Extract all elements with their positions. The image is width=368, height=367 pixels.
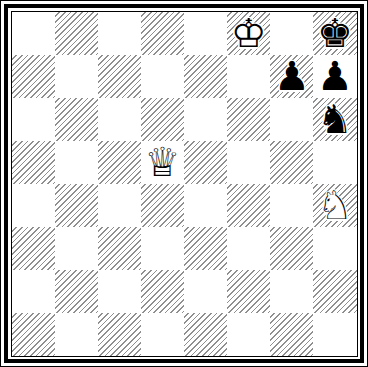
square-a5[interactable] <box>12 141 55 184</box>
black-pawn: ♟ <box>270 55 313 98</box>
square-h6[interactable]: ♞ <box>313 98 356 141</box>
square-c1[interactable] <box>98 313 141 356</box>
square-f4[interactable] <box>227 184 270 227</box>
square-b4[interactable] <box>55 184 98 227</box>
white-knight-glyph: ♘ <box>313 184 356 227</box>
square-c2[interactable] <box>98 270 141 313</box>
square-f5[interactable] <box>227 141 270 184</box>
square-c5[interactable] <box>98 141 141 184</box>
square-h2[interactable] <box>313 270 356 313</box>
square-a3[interactable] <box>12 227 55 270</box>
board-border: ♚♔♚♟♟♞♛♕♞♘ <box>11 11 358 357</box>
square-h5[interactable] <box>313 141 356 184</box>
square-g4[interactable] <box>270 184 313 227</box>
square-e7[interactable] <box>184 55 227 98</box>
square-b1[interactable] <box>55 313 98 356</box>
square-b7[interactable] <box>55 55 98 98</box>
square-a4[interactable] <box>12 184 55 227</box>
square-h8[interactable]: ♚ <box>313 12 356 55</box>
square-e3[interactable] <box>184 227 227 270</box>
white-queen-glyph: ♕ <box>141 141 184 184</box>
square-d5[interactable]: ♛♕ <box>141 141 184 184</box>
square-a8[interactable] <box>12 12 55 55</box>
square-e6[interactable] <box>184 98 227 141</box>
square-b2[interactable] <box>55 270 98 313</box>
square-g5[interactable] <box>270 141 313 184</box>
white-king: ♚♔ <box>227 12 270 55</box>
black-pawn: ♟ <box>313 55 356 98</box>
square-e8[interactable] <box>184 12 227 55</box>
square-f7[interactable] <box>227 55 270 98</box>
square-c3[interactable] <box>98 227 141 270</box>
square-e5[interactable] <box>184 141 227 184</box>
square-g2[interactable] <box>270 270 313 313</box>
square-f2[interactable] <box>227 270 270 313</box>
square-d8[interactable] <box>141 12 184 55</box>
square-b5[interactable] <box>55 141 98 184</box>
square-d7[interactable] <box>141 55 184 98</box>
square-d4[interactable] <box>141 184 184 227</box>
square-e2[interactable] <box>184 270 227 313</box>
chess-diagram: ♚♔♚♟♟♞♛♕♞♘ <box>0 0 368 367</box>
square-a2[interactable] <box>12 270 55 313</box>
square-h7[interactable]: ♟ <box>313 55 356 98</box>
square-g8[interactable] <box>270 12 313 55</box>
square-a6[interactable] <box>12 98 55 141</box>
square-h1[interactable] <box>313 313 356 356</box>
square-g1[interactable] <box>270 313 313 356</box>
square-h3[interactable] <box>313 227 356 270</box>
square-a7[interactable] <box>12 55 55 98</box>
square-d2[interactable] <box>141 270 184 313</box>
square-d1[interactable] <box>141 313 184 356</box>
square-b3[interactable] <box>55 227 98 270</box>
square-d6[interactable] <box>141 98 184 141</box>
square-b6[interactable] <box>55 98 98 141</box>
black-knight: ♞ <box>313 98 356 141</box>
square-f8[interactable]: ♚♔ <box>227 12 270 55</box>
black-king: ♚ <box>313 12 356 55</box>
white-knight: ♞♘ <box>313 184 356 227</box>
square-g3[interactable] <box>270 227 313 270</box>
square-c7[interactable] <box>98 55 141 98</box>
white-queen: ♛♕ <box>141 141 184 184</box>
square-f6[interactable] <box>227 98 270 141</box>
square-e1[interactable] <box>184 313 227 356</box>
square-a1[interactable] <box>12 313 55 356</box>
chess-board: ♚♔♚♟♟♞♛♕♞♘ <box>12 12 357 356</box>
square-b8[interactable] <box>55 12 98 55</box>
square-e4[interactable] <box>184 184 227 227</box>
square-h4[interactable]: ♞♘ <box>313 184 356 227</box>
square-g7[interactable]: ♟ <box>270 55 313 98</box>
square-c6[interactable] <box>98 98 141 141</box>
square-g6[interactable] <box>270 98 313 141</box>
square-d3[interactable] <box>141 227 184 270</box>
square-f1[interactable] <box>227 313 270 356</box>
white-king-glyph: ♔ <box>227 12 270 55</box>
square-c8[interactable] <box>98 12 141 55</box>
square-c4[interactable] <box>98 184 141 227</box>
square-f3[interactable] <box>227 227 270 270</box>
